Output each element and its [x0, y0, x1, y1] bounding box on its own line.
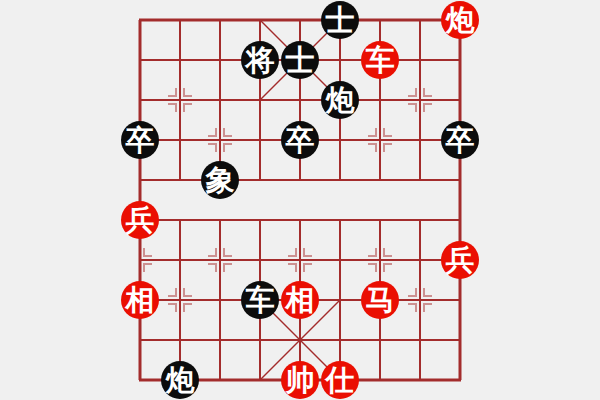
piece-black-king[interactable]: 将 [241, 41, 279, 79]
piece-red-advisor[interactable]: 仕 [321, 361, 359, 399]
piece-layer: 炮车兵兵相相马帅仕士将士炮卒卒卒象车炮 [120, 0, 480, 400]
piece-red-chariot[interactable]: 车 [361, 41, 399, 79]
piece-black-advisor[interactable]: 士 [281, 41, 319, 79]
xiangqi-board: 炮车兵兵相相马帅仕士将士炮卒卒卒象车炮 [0, 0, 600, 400]
piece-black-elephant[interactable]: 象 [201, 161, 239, 199]
piece-red-elephant[interactable]: 相 [281, 281, 319, 319]
piece-black-pawn[interactable]: 卒 [441, 121, 479, 159]
piece-red-pawn[interactable]: 兵 [441, 241, 479, 279]
piece-black-pawn[interactable]: 卒 [281, 121, 319, 159]
piece-red-horse[interactable]: 马 [361, 281, 399, 319]
piece-black-cannon[interactable]: 炮 [321, 81, 359, 119]
piece-red-cannon[interactable]: 炮 [441, 1, 479, 39]
piece-black-chariot[interactable]: 车 [241, 281, 279, 319]
piece-black-advisor[interactable]: 士 [321, 1, 359, 39]
piece-black-cannon[interactable]: 炮 [161, 361, 199, 399]
piece-red-elephant[interactable]: 相 [121, 281, 159, 319]
piece-red-king[interactable]: 帅 [281, 361, 319, 399]
piece-black-pawn[interactable]: 卒 [121, 121, 159, 159]
piece-red-pawn[interactable]: 兵 [121, 201, 159, 239]
